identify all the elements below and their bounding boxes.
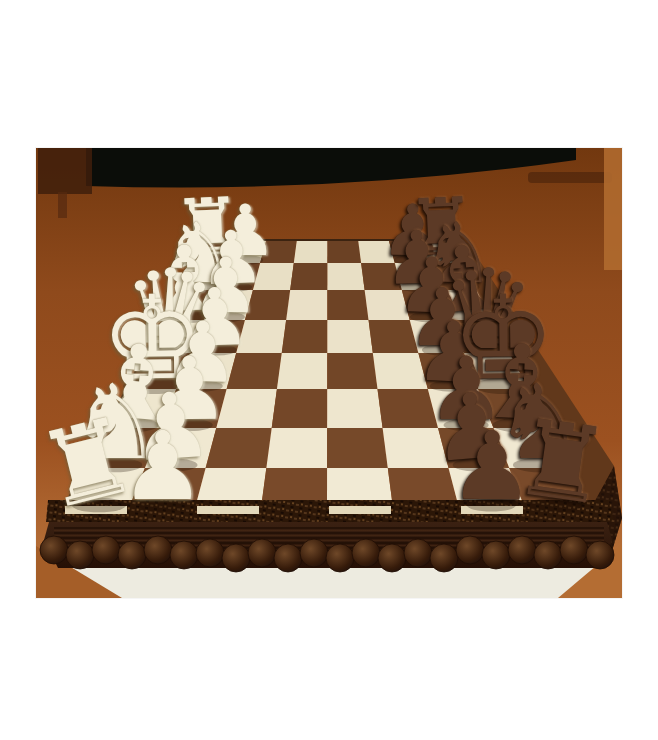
cake-photo: ♜♟♟♜♞♟♟♞♝♟♟♝♛♟♟♛♚♟♟♚♝♟♟♝♞♟♟♞♜♟♟♜: [36, 148, 622, 598]
chess-pieces-layer: ♜♟♟♜♞♟♟♞♝♟♟♝♛♟♟♛♚♟♟♚♝♟♟♝♞♟♟♞♜♟♟♜: [36, 148, 622, 598]
page-background: ♜♟♟♜♞♟♟♞♝♟♟♝♛♟♟♛♚♟♟♚♝♟♟♝♞♟♟♞♜♟♟♜: [0, 0, 658, 740]
piece-black-rook: ♜: [508, 404, 616, 521]
piece-white-pawn: ♟: [120, 419, 205, 514]
